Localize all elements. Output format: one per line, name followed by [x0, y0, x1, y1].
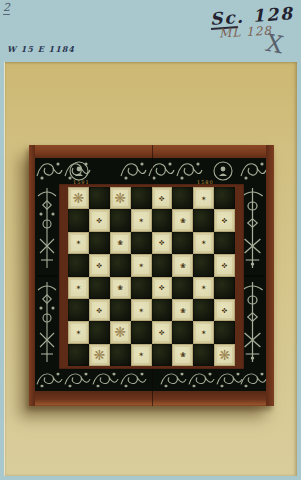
engraved-motif: ✶: [201, 284, 207, 291]
engraved-motif: ✶: [138, 217, 144, 224]
square-a4: ✶: [68, 277, 89, 299]
wood-frame-right: [266, 145, 274, 406]
engraved-motif: ✶: [138, 307, 144, 314]
engraved-motif: ✜: [96, 307, 102, 314]
engraved-motif: ✶: [201, 239, 207, 246]
square-g6: ✶: [193, 232, 214, 254]
square-a7: [68, 209, 89, 231]
engraved-motif: ❋: [73, 191, 85, 205]
candelabra-ornament-icon: [35, 184, 59, 369]
engraved-motif: ❀: [180, 217, 186, 224]
square-g5: [193, 254, 214, 276]
engraved-motif: ✶: [201, 195, 207, 202]
page-number: 2: [3, 1, 10, 14]
square-f2: [172, 321, 193, 343]
square-g2: ✶: [193, 321, 214, 343]
engraved-motif: ❀: [117, 239, 123, 246]
square-d7: ✶: [131, 209, 152, 231]
engraved-motif: ✶: [76, 284, 82, 291]
arabesque-border-bottom: [35, 369, 266, 391]
photograph: ❋❋✜✶✜✶❀✜✶❀✜✶✜✶❀✜✶❀✜✶✜✶❀✜✶❋✜✶❋✶❀❋ 1591 15…: [4, 62, 297, 476]
engraved-motif: ❋: [114, 325, 126, 339]
square-b3: ✜: [89, 299, 110, 321]
square-e3: [152, 299, 173, 321]
catalog-number-alt: ML 128: [219, 24, 273, 41]
engraved-motif: ✜: [222, 262, 228, 269]
arabesque-border-top: [35, 158, 266, 184]
catalog-card: 2 W 15 E 1184 Sc. 128 ML 128 X: [0, 0, 301, 480]
square-c1: [110, 344, 131, 366]
square-d8: [131, 187, 152, 209]
square-g8: ✶: [193, 187, 214, 209]
engraved-motif: ❋: [93, 348, 105, 362]
square-f1: ❀: [172, 344, 193, 366]
engraved-motif: ✜: [96, 262, 102, 269]
engraved-motif: ✜: [159, 195, 165, 202]
engraved-motif: ✜: [222, 307, 228, 314]
square-f8: [172, 187, 193, 209]
engraved-motif: ❀: [117, 284, 123, 291]
engraved-motif: ❀: [180, 262, 186, 269]
square-c5: [110, 254, 131, 276]
square-h7: ✜: [214, 209, 235, 231]
check-mark: X: [264, 29, 286, 60]
square-c8: ❋: [110, 187, 131, 209]
square-c2: ❋: [110, 321, 131, 343]
inventory-code: W 15 E 1184: [7, 44, 75, 54]
square-h5: ✜: [214, 254, 235, 276]
square-d5: ✶: [131, 254, 152, 276]
square-f3: ❀: [172, 299, 193, 321]
square-b1: ❋: [89, 344, 110, 366]
square-a5: [68, 254, 89, 276]
square-a3: [68, 299, 89, 321]
arabesque-scrollwork-icon: [35, 369, 266, 391]
square-d4: [131, 277, 152, 299]
square-f4: [172, 277, 193, 299]
engraved-motif: ❋: [114, 191, 126, 205]
engraved-motif: ✶: [138, 262, 144, 269]
date-inscription-left: 1591: [73, 179, 90, 185]
date-inscription-right: 1580: [197, 179, 214, 185]
square-h3: ✜: [214, 299, 235, 321]
square-e6: ✜: [152, 232, 173, 254]
engraved-motif: ✶: [76, 329, 82, 336]
square-d2: [131, 321, 152, 343]
square-f7: ❀: [172, 209, 193, 231]
square-b7: ✜: [89, 209, 110, 231]
engraved-motif: ✜: [159, 329, 165, 336]
square-c3: [110, 299, 131, 321]
square-b8: [89, 187, 110, 209]
square-d3: ✶: [131, 299, 152, 321]
square-e7: [152, 209, 173, 231]
candelabra-border-left: [35, 184, 59, 369]
square-h8: [214, 187, 235, 209]
square-h6: [214, 232, 235, 254]
square-b5: ✜: [89, 254, 110, 276]
square-h2: [214, 321, 235, 343]
square-h1: ❋: [214, 344, 235, 366]
engraved-motif: ❀: [180, 307, 186, 314]
square-g1: [193, 344, 214, 366]
square-c7: [110, 209, 131, 231]
engraved-motif: ✶: [76, 239, 82, 246]
square-a2: ✶: [68, 321, 89, 343]
square-a6: ✶: [68, 232, 89, 254]
square-e1: [152, 344, 173, 366]
square-c4: ❀: [110, 277, 131, 299]
square-c6: ❀: [110, 232, 131, 254]
square-h4: [214, 277, 235, 299]
square-b2: [89, 321, 110, 343]
engraved-motif: ❀: [180, 351, 186, 358]
square-g7: [193, 209, 214, 231]
square-b4: [89, 277, 110, 299]
fold-seam-bottom: [152, 369, 153, 406]
square-e2: ✜: [152, 321, 173, 343]
chessboard: ❋❋✜✶✜✶❀✜✶❀✜✶✜✶❀✜✶❀✜✶✜✶❀✜✶❋✜✶❋✶❀❋ 1591 15…: [29, 145, 274, 406]
square-f5: ❀: [172, 254, 193, 276]
engraved-motif: ✜: [222, 217, 228, 224]
square-g4: ✶: [193, 277, 214, 299]
engraved-motif: ✜: [159, 284, 165, 291]
engraved-motif: ✜: [159, 239, 165, 246]
square-a1: [68, 344, 89, 366]
square-a8: ❋: [68, 187, 89, 209]
square-d6: [131, 232, 152, 254]
fold-seam-top: [152, 145, 153, 184]
square-d1: ✶: [131, 344, 152, 366]
engraved-motif: ✶: [201, 329, 207, 336]
square-f6: [172, 232, 193, 254]
engraved-motif: ❋: [219, 348, 231, 362]
square-e5: [152, 254, 173, 276]
inner-wood-strip: ❋❋✜✶✜✶❀✜✶❀✜✶✜✶❀✜✶❀✜✶✜✶❀✜✶❋✜✶❋✶❀❋: [59, 184, 244, 369]
square-g3: [193, 299, 214, 321]
arabesque-scrollwork-icon: [35, 158, 266, 184]
engraved-motif: ✜: [96, 217, 102, 224]
board-squares-grid: ❋❋✜✶✜✶❀✜✶❀✜✶✜✶❀✜✶❀✜✶✜✶❀✜✶❋✜✶❋✶❀❋: [68, 187, 235, 366]
square-e8: ✜: [152, 187, 173, 209]
square-b6: [89, 232, 110, 254]
engraved-motif: ✶: [138, 351, 144, 358]
page-number-underline: [3, 14, 10, 15]
square-e4: ✜: [152, 277, 173, 299]
